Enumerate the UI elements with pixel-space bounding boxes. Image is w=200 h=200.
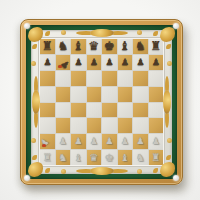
black-pawn[interactable]: ♟ [136, 58, 144, 67]
black-pawn[interactable]: ♟ [121, 58, 129, 67]
black-rook[interactable]: ♜ [150, 40, 161, 52]
square-g1[interactable]: ♞ [133, 150, 148, 165]
square-d3[interactable] [87, 118, 102, 133]
square-f2[interactable]: ♟ [118, 134, 133, 149]
gold-flourish-icon [28, 162, 43, 177]
square-f5[interactable] [118, 87, 133, 102]
square-e2[interactable]: ♟ [102, 134, 117, 149]
square-g2[interactable]: ♟ [133, 134, 148, 149]
square-b7[interactable]: ♟ [56, 55, 71, 70]
black-rook[interactable]: ♜ [42, 40, 53, 52]
square-c1[interactable]: ♝ [71, 150, 86, 165]
white-pawn[interactable]: ♟ [152, 137, 160, 146]
square-a2[interactable]: ♟ [40, 134, 55, 149]
white-rook[interactable]: ♜ [43, 153, 52, 163]
square-a1[interactable]: ♜ [40, 150, 55, 165]
square-e7[interactable]: ♟ [102, 55, 117, 70]
square-f8[interactable]: ♝ [118, 39, 133, 54]
black-knight[interactable]: ♞ [135, 40, 146, 52]
black-pawn[interactable]: ♟ [152, 58, 160, 67]
square-b2[interactable]: ♟ [56, 134, 71, 149]
crystal-knob-icon [173, 175, 179, 181]
green-felt-border: ♜♞♝♛♚♝♞♜♟♟♟♟♟♟♟♟♟♟♟♟♟♟♟♟♜♞♝♛♚♝♞♜ [26, 25, 177, 179]
square-e1[interactable]: ♚ [102, 150, 117, 165]
black-pawn[interactable]: ♟ [105, 58, 113, 67]
gold-flourish-icon [160, 27, 175, 42]
square-h1[interactable]: ♜ [149, 150, 164, 165]
white-pawn[interactable]: ♟ [39, 137, 51, 149]
square-f1[interactable]: ♝ [118, 150, 133, 165]
silver-scrollwork-frame: ♜♞♝♛♚♝♞♜♟♟♟♟♟♟♟♟♟♟♟♟♟♟♟♟♜♞♝♛♚♝♞♜ [32, 31, 171, 173]
gold-dot-icon [137, 30, 142, 35]
black-bishop[interactable]: ♝ [119, 40, 130, 52]
gold-dot-icon [61, 30, 66, 35]
white-bishop[interactable]: ♝ [74, 153, 83, 163]
square-h5[interactable] [149, 87, 164, 102]
square-c4[interactable] [71, 103, 86, 118]
black-king[interactable]: ♚ [104, 40, 115, 52]
square-d5[interactable] [87, 87, 102, 102]
gold-dot-icon [167, 61, 172, 66]
square-a6[interactable] [40, 71, 55, 86]
crystal-knob-icon [173, 23, 179, 29]
square-g3[interactable] [133, 118, 148, 133]
square-e5[interactable] [102, 87, 117, 102]
square-e4[interactable] [102, 103, 117, 118]
gold-dot-icon [31, 61, 36, 66]
gold-dot-icon [137, 169, 142, 174]
black-pawn[interactable]: ♟ [90, 58, 98, 67]
gold-dot-icon [167, 138, 172, 143]
square-e8[interactable]: ♚ [102, 39, 117, 54]
square-a8[interactable]: ♜ [40, 39, 55, 54]
square-c6[interactable] [71, 71, 86, 86]
gold-cartouche-icon [32, 90, 40, 114]
square-c8[interactable]: ♝ [71, 39, 86, 54]
white-knight[interactable]: ♞ [136, 153, 145, 163]
square-b1[interactable]: ♞ [56, 150, 71, 165]
square-g6[interactable] [133, 71, 148, 86]
black-bishop[interactable]: ♝ [73, 40, 84, 52]
red-felt-base [58, 65, 62, 68]
square-c5[interactable] [71, 87, 86, 102]
square-f7[interactable]: ♟ [118, 55, 133, 70]
square-g8[interactable]: ♞ [133, 39, 148, 54]
gold-flourish-icon [160, 162, 175, 177]
square-b5[interactable] [56, 87, 71, 102]
square-e6[interactable] [102, 71, 117, 86]
square-d4[interactable] [87, 103, 102, 118]
white-pawn[interactable]: ♟ [121, 137, 129, 146]
square-g5[interactable] [133, 87, 148, 102]
square-a7[interactable]: ♟ [40, 55, 55, 70]
square-h3[interactable] [149, 118, 164, 133]
white-knight[interactable]: ♞ [58, 153, 67, 163]
square-c3[interactable] [71, 118, 86, 133]
gold-dot-icon [31, 138, 36, 143]
gold-cartouche-icon [90, 29, 114, 37]
white-pawn[interactable]: ♟ [136, 137, 144, 146]
square-b6[interactable] [56, 71, 71, 86]
white-pawn[interactable]: ♟ [74, 137, 82, 146]
crystal-knob-icon [24, 175, 30, 181]
white-pawn[interactable]: ♟ [105, 137, 113, 146]
gold-cartouche-icon [163, 90, 171, 114]
chess-board: ♜♞♝♛♚♝♞♜♟♟♟♟♟♟♟♟♟♟♟♟♟♟♟♟♜♞♝♛♚♝♞♜ [40, 39, 163, 165]
square-b3[interactable] [56, 118, 71, 133]
black-pawn[interactable]: ♟ [74, 58, 82, 67]
square-h4[interactable] [149, 103, 164, 118]
square-a5[interactable] [40, 87, 55, 102]
square-g7[interactable]: ♟ [133, 55, 148, 70]
square-d7[interactable]: ♟ [87, 55, 102, 70]
gold-cartouche-icon [90, 167, 114, 175]
wooden-frame: ♜♞♝♛♚♝♞♜♟♟♟♟♟♟♟♟♟♟♟♟♟♟♟♟♜♞♝♛♚♝♞♜ [20, 19, 183, 185]
square-f6[interactable] [118, 71, 133, 86]
square-h6[interactable] [149, 71, 164, 86]
square-a4[interactable] [40, 103, 55, 118]
white-queen[interactable]: ♛ [89, 153, 98, 163]
white-king[interactable]: ♚ [105, 153, 114, 163]
square-d8[interactable]: ♛ [87, 39, 102, 54]
square-e3[interactable] [102, 118, 117, 133]
square-a3[interactable] [40, 118, 55, 133]
square-c2[interactable]: ♟ [71, 134, 86, 149]
black-knight[interactable]: ♞ [57, 40, 68, 52]
square-b4[interactable] [56, 103, 71, 118]
square-h2[interactable]: ♟ [149, 134, 164, 149]
black-pawn[interactable]: ♟ [43, 58, 51, 67]
black-queen[interactable]: ♛ [88, 40, 99, 52]
square-d2[interactable]: ♟ [87, 134, 102, 149]
square-g4[interactable] [133, 103, 148, 118]
square-h8[interactable]: ♜ [149, 39, 164, 54]
photo-background: ♜♞♝♛♚♝♞♜♟♟♟♟♟♟♟♟♟♟♟♟♟♟♟♟♜♞♝♛♚♝♞♜ [0, 0, 200, 200]
crystal-knob-icon [24, 23, 30, 29]
square-b8[interactable]: ♞ [56, 39, 71, 54]
white-pawn[interactable]: ♟ [90, 137, 98, 146]
gold-dot-icon [61, 169, 66, 174]
white-rook[interactable]: ♜ [151, 153, 160, 163]
square-h7[interactable]: ♟ [149, 55, 164, 70]
square-c7[interactable]: ♟ [71, 55, 86, 70]
square-d1[interactable]: ♛ [87, 150, 102, 165]
square-f4[interactable] [118, 103, 133, 118]
square-f3[interactable] [118, 118, 133, 133]
white-bishop[interactable]: ♝ [120, 153, 129, 163]
square-d6[interactable] [87, 71, 102, 86]
white-pawn[interactable]: ♟ [59, 137, 67, 146]
